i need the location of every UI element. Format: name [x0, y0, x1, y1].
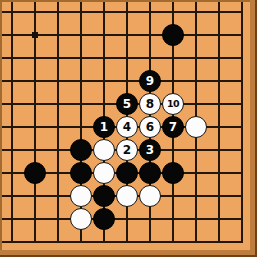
stone-black-O4	[116, 162, 139, 185]
star-point	[32, 32, 38, 38]
stone-white-R6	[185, 116, 208, 139]
stone-black-N6: 1	[93, 116, 116, 139]
stone-white-Q7: 10	[162, 93, 185, 116]
stone-black-Q10	[162, 24, 185, 47]
grid-line-horizontal	[2, 34, 243, 36]
stone-black-N3	[93, 185, 116, 208]
stone-black-N2	[93, 208, 116, 231]
stone-white-O6: 4	[116, 116, 139, 139]
grid-line-horizontal	[2, 80, 243, 82]
move-number-label: 8	[146, 98, 154, 110]
stone-black-M4	[70, 162, 93, 185]
go-diagram: 95810146723	[0, 0, 257, 257]
stone-white-N5	[93, 139, 116, 162]
stone-black-M5	[70, 139, 93, 162]
stone-black-Q6: 7	[162, 116, 185, 139]
move-number-label: 5	[123, 98, 131, 110]
stone-white-O3	[116, 185, 139, 208]
stone-white-P7: 8	[139, 93, 162, 116]
stone-white-M2	[70, 208, 93, 231]
move-number-label: 10	[167, 99, 179, 109]
grid-line-vertical	[11, 2, 13, 243]
stone-black-Q4	[162, 162, 185, 185]
move-number-label: 4	[123, 121, 131, 133]
stone-black-P4	[139, 162, 162, 185]
grid-line-vertical	[34, 2, 36, 243]
grid-line-horizontal	[2, 241, 243, 243]
grid-line-vertical	[218, 2, 220, 243]
move-number-label: 9	[146, 75, 154, 87]
grid-line-vertical	[241, 2, 243, 243]
grid-line-horizontal	[2, 11, 243, 13]
stone-black-O7: 5	[116, 93, 139, 116]
move-number-label: 6	[146, 121, 154, 133]
move-number-label: 1	[100, 121, 108, 133]
stone-white-P3	[139, 185, 162, 208]
stone-white-O5: 2	[116, 139, 139, 162]
stone-black-P8: 9	[139, 70, 162, 93]
stone-white-M3	[70, 185, 93, 208]
grid-line-vertical	[57, 2, 59, 243]
grid-line-horizontal	[2, 57, 243, 59]
move-number-label: 7	[169, 121, 177, 133]
go-board: 95810146723	[0, 0, 257, 257]
grid-line-horizontal	[2, 218, 243, 220]
stone-white-N4	[93, 162, 116, 185]
stone-black-P5: 3	[139, 139, 162, 162]
move-number-label: 3	[146, 144, 154, 156]
move-number-label: 2	[123, 144, 131, 156]
stone-white-P6: 6	[139, 116, 162, 139]
stone-black-K4	[24, 162, 47, 185]
